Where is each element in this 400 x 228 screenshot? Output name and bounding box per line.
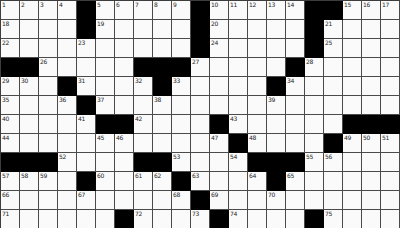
clue-number-17: 17 bbox=[382, 1, 389, 8]
white-cell-r8c8[interactable] bbox=[134, 134, 153, 153]
white-cell-r10c9[interactable]: 62 bbox=[153, 172, 172, 191]
block-cell-r7c6 bbox=[96, 115, 115, 134]
white-cell-r1c6[interactable]: 5 bbox=[96, 1, 115, 20]
white-cell-r1c14[interactable]: 12 bbox=[248, 1, 267, 20]
clue-number-21: 21 bbox=[325, 20, 332, 27]
clue-number-15: 15 bbox=[344, 1, 351, 8]
white-cell-r8c7[interactable]: 46 bbox=[115, 134, 134, 153]
white-cell-r3c5[interactable]: 23 bbox=[77, 39, 96, 58]
clue-number-37: 37 bbox=[97, 96, 104, 103]
white-cell-r6c1[interactable]: 35 bbox=[1, 96, 20, 115]
white-cell-r12c11[interactable]: 73 bbox=[191, 210, 210, 228]
clue-number-26: 26 bbox=[40, 58, 47, 65]
white-cell-r10c17[interactable] bbox=[305, 172, 324, 191]
white-cell-r10c4[interactable] bbox=[58, 172, 77, 191]
block-cell-r4c1 bbox=[1, 58, 20, 77]
block-cell-r9c2 bbox=[20, 153, 39, 172]
white-cell-r7c2[interactable] bbox=[20, 115, 39, 134]
white-cell-r5c2[interactable]: 30 bbox=[20, 77, 39, 96]
white-cell-r7c1[interactable]: 40 bbox=[1, 115, 20, 134]
white-cell-r11c21[interactable] bbox=[381, 191, 400, 210]
clue-number-57: 57 bbox=[2, 172, 9, 179]
white-cell-r10c20[interactable] bbox=[362, 172, 381, 191]
clue-number-11: 11 bbox=[230, 1, 237, 8]
white-cell-r10c2[interactable]: 58 bbox=[20, 172, 39, 191]
white-cell-r11c13[interactable] bbox=[229, 191, 248, 210]
white-cell-r10c13[interactable] bbox=[229, 172, 248, 191]
white-cell-r7c17[interactable] bbox=[305, 115, 324, 134]
white-cell-r3c18[interactable]: 25 bbox=[324, 39, 343, 58]
white-cell-r2c18[interactable]: 21 bbox=[324, 20, 343, 39]
white-cell-r5c8[interactable]: 32 bbox=[134, 77, 153, 96]
white-cell-r8c19[interactable]: 49 bbox=[343, 134, 362, 153]
clue-number-43: 43 bbox=[230, 115, 237, 122]
white-cell-r1c7[interactable]: 6 bbox=[115, 1, 134, 20]
white-cell-r11c8[interactable] bbox=[134, 191, 153, 210]
white-cell-r7c3[interactable] bbox=[39, 115, 58, 134]
white-cell-r11c16[interactable] bbox=[286, 191, 305, 210]
clue-number-42: 42 bbox=[135, 115, 142, 122]
white-cell-r3c4[interactable] bbox=[58, 39, 77, 58]
white-cell-r2c6[interactable]: 19 bbox=[96, 20, 115, 39]
white-cell-r9c10[interactable]: 53 bbox=[172, 153, 191, 172]
white-cell-r2c20[interactable] bbox=[362, 20, 381, 39]
white-cell-r8c1[interactable]: 44 bbox=[1, 134, 20, 153]
block-cell-r12c7 bbox=[115, 210, 134, 228]
white-cell-r6c7[interactable] bbox=[115, 96, 134, 115]
white-cell-r4c12[interactable] bbox=[210, 58, 229, 77]
white-cell-r12c3[interactable] bbox=[39, 210, 58, 228]
white-cell-r3c7[interactable] bbox=[115, 39, 134, 58]
white-cell-r11c17[interactable] bbox=[305, 191, 324, 210]
white-cell-r11c2[interactable] bbox=[20, 191, 39, 210]
white-cell-r5c3[interactable] bbox=[39, 77, 58, 96]
clue-number-44: 44 bbox=[2, 134, 9, 141]
white-cell-r2c19[interactable] bbox=[343, 20, 362, 39]
block-cell-r6c5 bbox=[77, 96, 96, 115]
white-cell-r11c6[interactable] bbox=[96, 191, 115, 210]
white-cell-r9c18[interactable]: 56 bbox=[324, 153, 343, 172]
white-cell-r4c13[interactable] bbox=[229, 58, 248, 77]
clue-number-30: 30 bbox=[21, 77, 28, 84]
white-cell-r4c11[interactable]: 27 bbox=[191, 58, 210, 77]
white-cell-r4c14[interactable] bbox=[248, 58, 267, 77]
white-cell-r5c12[interactable] bbox=[210, 77, 229, 96]
block-cell-r2c5 bbox=[77, 20, 96, 39]
white-cell-r9c13[interactable]: 54 bbox=[229, 153, 248, 172]
white-cell-r1c12[interactable]: 10 bbox=[210, 1, 229, 20]
white-cell-r3c1[interactable]: 22 bbox=[1, 39, 20, 58]
white-cell-r8c15[interactable] bbox=[267, 134, 286, 153]
block-cell-r9c3 bbox=[39, 153, 58, 172]
white-cell-r12c5[interactable] bbox=[77, 210, 96, 228]
block-cell-r5c4 bbox=[58, 77, 77, 96]
white-cell-r3c15[interactable] bbox=[267, 39, 286, 58]
block-cell-r4c8 bbox=[134, 58, 153, 77]
white-cell-r1c15[interactable]: 13 bbox=[267, 1, 286, 20]
white-cell-r5c14[interactable] bbox=[248, 77, 267, 96]
white-cell-r2c15[interactable] bbox=[267, 20, 286, 39]
white-cell-r7c16[interactable] bbox=[286, 115, 305, 134]
clue-number-10: 10 bbox=[211, 1, 218, 8]
block-cell-r9c14 bbox=[248, 153, 267, 172]
white-cell-r10c11[interactable]: 63 bbox=[191, 172, 210, 191]
block-cell-r3c17 bbox=[305, 39, 324, 58]
white-cell-r12c21[interactable] bbox=[381, 210, 400, 228]
block-cell-r10c10 bbox=[172, 172, 191, 191]
white-cell-r12c4[interactable] bbox=[58, 210, 77, 228]
clue-number-40: 40 bbox=[2, 115, 9, 122]
white-cell-r3c3[interactable] bbox=[39, 39, 58, 58]
white-cell-r6c17[interactable] bbox=[305, 96, 324, 115]
white-cell-r1c16[interactable]: 14 bbox=[286, 1, 305, 20]
white-cell-r11c14[interactable] bbox=[248, 191, 267, 210]
white-cell-r3c13[interactable] bbox=[229, 39, 248, 58]
block-cell-r12c17 bbox=[305, 210, 324, 228]
white-cell-r11c18[interactable] bbox=[324, 191, 343, 210]
white-cell-r9c6[interactable] bbox=[96, 153, 115, 172]
block-cell-r7c12 bbox=[210, 115, 229, 134]
clue-number-25: 25 bbox=[325, 39, 332, 46]
white-cell-r4c3[interactable]: 26 bbox=[39, 58, 58, 77]
white-cell-r8c14[interactable]: 48 bbox=[248, 134, 267, 153]
white-cell-r6c4[interactable]: 36 bbox=[58, 96, 77, 115]
white-cell-r8c12[interactable]: 47 bbox=[210, 134, 229, 153]
block-cell-r5c15 bbox=[267, 77, 286, 96]
white-cell-r12c10[interactable] bbox=[172, 210, 191, 228]
white-cell-r7c15[interactable] bbox=[267, 115, 286, 134]
clue-number-41: 41 bbox=[78, 115, 85, 122]
block-cell-r8c13 bbox=[229, 134, 248, 153]
white-cell-r6c3[interactable] bbox=[39, 96, 58, 115]
white-cell-r4c19[interactable] bbox=[343, 58, 362, 77]
white-cell-r8c16[interactable] bbox=[286, 134, 305, 153]
white-cell-r11c3[interactable] bbox=[39, 191, 58, 210]
block-cell-r2c11 bbox=[191, 20, 210, 39]
clue-number-36: 36 bbox=[59, 96, 66, 103]
white-cell-r9c12[interactable] bbox=[210, 153, 229, 172]
white-cell-r2c16[interactable] bbox=[286, 20, 305, 39]
white-cell-r1c19[interactable]: 15 bbox=[343, 1, 362, 20]
white-cell-r8c4[interactable] bbox=[58, 134, 77, 153]
white-cell-r6c18[interactable] bbox=[324, 96, 343, 115]
white-cell-r3c20[interactable] bbox=[362, 39, 381, 58]
block-cell-r10c15 bbox=[267, 172, 286, 191]
white-cell-r2c13[interactable] bbox=[229, 20, 248, 39]
white-cell-r8c2[interactable] bbox=[20, 134, 39, 153]
white-cell-r7c5[interactable]: 41 bbox=[77, 115, 96, 134]
white-cell-r2c3[interactable] bbox=[39, 20, 58, 39]
clue-number-38: 38 bbox=[154, 96, 161, 103]
white-cell-r5c18[interactable] bbox=[324, 77, 343, 96]
white-cell-r11c20[interactable] bbox=[362, 191, 381, 210]
crossword-grid: 1234567891011121314151617181920212223242… bbox=[0, 0, 400, 228]
block-cell-r3c11 bbox=[191, 39, 210, 58]
white-cell-r9c4[interactable]: 52 bbox=[58, 153, 77, 172]
clue-number-12: 12 bbox=[249, 1, 256, 8]
white-cell-r5c19[interactable] bbox=[343, 77, 362, 96]
clue-number-29: 29 bbox=[2, 77, 9, 84]
white-cell-r12c19[interactable] bbox=[343, 210, 362, 228]
white-cell-r6c6[interactable]: 37 bbox=[96, 96, 115, 115]
white-cell-r9c5[interactable] bbox=[77, 153, 96, 172]
clue-number-2: 2 bbox=[21, 1, 25, 8]
white-cell-r11c19[interactable] bbox=[343, 191, 362, 210]
white-cell-r2c9[interactable] bbox=[153, 20, 172, 39]
white-cell-r4c15[interactable] bbox=[267, 58, 286, 77]
white-cell-r5c20[interactable] bbox=[362, 77, 381, 96]
clue-number-50: 50 bbox=[363, 134, 370, 141]
block-cell-r8c18 bbox=[324, 134, 343, 153]
clue-number-64: 64 bbox=[249, 172, 256, 179]
clue-number-56: 56 bbox=[325, 153, 332, 160]
white-cell-r12c13[interactable]: 74 bbox=[229, 210, 248, 228]
white-cell-r9c19[interactable] bbox=[343, 153, 362, 172]
white-cell-r6c21[interactable] bbox=[381, 96, 400, 115]
white-cell-r5c1[interactable]: 29 bbox=[1, 77, 20, 96]
white-cell-r1c8[interactable]: 7 bbox=[134, 1, 153, 20]
block-cell-r1c5 bbox=[77, 1, 96, 20]
white-cell-r3c2[interactable] bbox=[20, 39, 39, 58]
block-cell-r12c12 bbox=[210, 210, 229, 228]
clue-number-20: 20 bbox=[211, 20, 218, 27]
white-cell-r3c9[interactable] bbox=[153, 39, 172, 58]
white-cell-r1c1[interactable]: 1 bbox=[1, 1, 20, 20]
white-cell-r10c12[interactable] bbox=[210, 172, 229, 191]
clue-number-31: 31 bbox=[78, 77, 85, 84]
white-cell-r10c16[interactable]: 65 bbox=[286, 172, 305, 191]
white-cell-r6c8[interactable] bbox=[134, 96, 153, 115]
block-cell-r2c17 bbox=[305, 20, 324, 39]
white-cell-r8c20[interactable]: 50 bbox=[362, 134, 381, 153]
white-cell-r4c7[interactable] bbox=[115, 58, 134, 77]
clue-number-27: 27 bbox=[192, 58, 199, 65]
white-cell-r9c20[interactable] bbox=[362, 153, 381, 172]
white-cell-r1c21[interactable]: 17 bbox=[381, 1, 400, 20]
white-cell-r1c4[interactable]: 4 bbox=[58, 1, 77, 20]
clue-number-39: 39 bbox=[268, 96, 275, 103]
white-cell-r1c10[interactable]: 9 bbox=[172, 1, 191, 20]
white-cell-r10c19[interactable] bbox=[343, 172, 362, 191]
white-cell-r12c1[interactable]: 71 bbox=[1, 210, 20, 228]
white-cell-r4c18[interactable] bbox=[324, 58, 343, 77]
white-cell-r10c7[interactable] bbox=[115, 172, 134, 191]
clue-number-7: 7 bbox=[135, 1, 139, 8]
white-cell-r2c4[interactable] bbox=[58, 20, 77, 39]
white-cell-r7c11[interactable] bbox=[191, 115, 210, 134]
white-cell-r10c1[interactable]: 57 bbox=[1, 172, 20, 191]
white-cell-r12c8[interactable]: 72 bbox=[134, 210, 153, 228]
white-cell-r2c10[interactable] bbox=[172, 20, 191, 39]
white-cell-r10c21[interactable] bbox=[381, 172, 400, 191]
white-cell-r11c5[interactable]: 67 bbox=[77, 191, 96, 210]
white-cell-r1c20[interactable]: 16 bbox=[362, 1, 381, 20]
white-cell-r10c18[interactable] bbox=[324, 172, 343, 191]
white-cell-r5c7[interactable] bbox=[115, 77, 134, 96]
block-cell-r4c2 bbox=[20, 58, 39, 77]
block-cell-r9c8 bbox=[134, 153, 153, 172]
white-cell-r11c10[interactable]: 68 bbox=[172, 191, 191, 210]
white-cell-r7c18[interactable] bbox=[324, 115, 343, 134]
clue-number-75: 75 bbox=[325, 210, 332, 217]
white-cell-r2c8[interactable] bbox=[134, 20, 153, 39]
white-cell-r3c21[interactable] bbox=[381, 39, 400, 58]
white-cell-r8c11[interactable] bbox=[191, 134, 210, 153]
clue-number-59: 59 bbox=[40, 172, 47, 179]
clue-number-73: 73 bbox=[192, 210, 199, 217]
white-cell-r3c12[interactable]: 24 bbox=[210, 39, 229, 58]
white-cell-r4c4[interactable] bbox=[58, 58, 77, 77]
clue-number-61: 61 bbox=[135, 172, 142, 179]
white-cell-r4c6[interactable] bbox=[96, 58, 115, 77]
white-cell-r12c16[interactable] bbox=[286, 210, 305, 228]
white-cell-r8c6[interactable]: 45 bbox=[96, 134, 115, 153]
clue-number-6: 6 bbox=[116, 1, 120, 8]
block-cell-r4c9 bbox=[153, 58, 172, 77]
white-cell-r11c4[interactable] bbox=[58, 191, 77, 210]
clue-number-49: 49 bbox=[344, 134, 351, 141]
white-cell-r9c7[interactable] bbox=[115, 153, 134, 172]
white-cell-r6c16[interactable] bbox=[286, 96, 305, 115]
white-cell-r6c10[interactable] bbox=[172, 96, 191, 115]
clue-number-74: 74 bbox=[230, 210, 237, 217]
clue-number-69: 69 bbox=[211, 191, 218, 198]
white-cell-r6c15[interactable]: 39 bbox=[267, 96, 286, 115]
block-cell-r9c1 bbox=[1, 153, 20, 172]
white-cell-r1c3[interactable]: 3 bbox=[39, 1, 58, 20]
white-cell-r8c9[interactable] bbox=[153, 134, 172, 153]
white-cell-r2c21[interactable] bbox=[381, 20, 400, 39]
white-cell-r6c9[interactable]: 38 bbox=[153, 96, 172, 115]
white-cell-r6c20[interactable] bbox=[362, 96, 381, 115]
block-cell-r10c5 bbox=[77, 172, 96, 191]
block-cell-r9c16 bbox=[286, 153, 305, 172]
clue-number-28: 28 bbox=[306, 58, 313, 65]
white-cell-r7c9[interactable] bbox=[153, 115, 172, 134]
white-cell-r6c13[interactable] bbox=[229, 96, 248, 115]
white-cell-r5c21[interactable] bbox=[381, 77, 400, 96]
white-cell-r11c15[interactable]: 70 bbox=[267, 191, 286, 210]
block-cell-r1c17 bbox=[305, 1, 324, 20]
white-cell-r1c13[interactable]: 11 bbox=[229, 1, 248, 20]
white-cell-r3c16[interactable] bbox=[286, 39, 305, 58]
white-cell-r8c10[interactable] bbox=[172, 134, 191, 153]
white-cell-r9c21[interactable] bbox=[381, 153, 400, 172]
clue-number-18: 18 bbox=[2, 20, 9, 27]
white-cell-r2c1[interactable]: 18 bbox=[1, 20, 20, 39]
white-cell-r12c15[interactable] bbox=[267, 210, 286, 228]
clue-number-34: 34 bbox=[287, 77, 294, 84]
white-cell-r5c13[interactable] bbox=[229, 77, 248, 96]
white-cell-r4c5[interactable] bbox=[77, 58, 96, 77]
white-cell-r1c2[interactable]: 2 bbox=[20, 1, 39, 20]
white-cell-r11c9[interactable] bbox=[153, 191, 172, 210]
white-cell-r10c8[interactable]: 61 bbox=[134, 172, 153, 191]
white-cell-r9c17[interactable]: 55 bbox=[305, 153, 324, 172]
white-cell-r10c14[interactable]: 64 bbox=[248, 172, 267, 191]
white-cell-r7c13[interactable]: 43 bbox=[229, 115, 248, 134]
clue-number-67: 67 bbox=[78, 191, 85, 198]
white-cell-r2c14[interactable] bbox=[248, 20, 267, 39]
clue-number-60: 60 bbox=[97, 172, 104, 179]
block-cell-r7c7 bbox=[115, 115, 134, 134]
clue-number-4: 4 bbox=[59, 1, 63, 8]
white-cell-r6c11[interactable] bbox=[191, 96, 210, 115]
clue-number-66: 66 bbox=[2, 191, 9, 198]
white-cell-r5c11[interactable] bbox=[191, 77, 210, 96]
white-cell-r5c5[interactable]: 31 bbox=[77, 77, 96, 96]
white-cell-r2c2[interactable] bbox=[20, 20, 39, 39]
white-cell-r4c20[interactable] bbox=[362, 58, 381, 77]
white-cell-r5c16[interactable]: 34 bbox=[286, 77, 305, 96]
clue-number-19: 19 bbox=[97, 20, 104, 27]
white-cell-r6c19[interactable] bbox=[343, 96, 362, 115]
white-cell-r10c3[interactable]: 59 bbox=[39, 172, 58, 191]
clue-number-5: 5 bbox=[97, 1, 101, 8]
clue-number-23: 23 bbox=[78, 39, 85, 46]
white-cell-r11c1[interactable]: 66 bbox=[1, 191, 20, 210]
white-cell-r8c5[interactable] bbox=[77, 134, 96, 153]
white-cell-r12c20[interactable] bbox=[362, 210, 381, 228]
white-cell-r8c21[interactable]: 51 bbox=[381, 134, 400, 153]
white-cell-r5c10[interactable]: 33 bbox=[172, 77, 191, 96]
white-cell-r7c14[interactable] bbox=[248, 115, 267, 134]
white-cell-r6c2[interactable] bbox=[20, 96, 39, 115]
clue-number-52: 52 bbox=[59, 153, 66, 160]
white-cell-r7c8[interactable]: 42 bbox=[134, 115, 153, 134]
clue-number-51: 51 bbox=[382, 134, 389, 141]
white-cell-r3c6[interactable] bbox=[96, 39, 115, 58]
white-cell-r3c14[interactable] bbox=[248, 39, 267, 58]
white-cell-r12c6[interactable] bbox=[96, 210, 115, 228]
white-cell-r3c19[interactable] bbox=[343, 39, 362, 58]
white-cell-r3c10[interactable] bbox=[172, 39, 191, 58]
white-cell-r4c21[interactable] bbox=[381, 58, 400, 77]
white-cell-r7c10[interactable] bbox=[172, 115, 191, 134]
white-cell-r12c14[interactable] bbox=[248, 210, 267, 228]
clue-number-24: 24 bbox=[211, 39, 218, 46]
white-cell-r11c12[interactable]: 69 bbox=[210, 191, 229, 210]
white-cell-r1c9[interactable]: 8 bbox=[153, 1, 172, 20]
white-cell-r6c12[interactable] bbox=[210, 96, 229, 115]
clue-number-14: 14 bbox=[287, 1, 294, 8]
clue-number-9: 9 bbox=[173, 1, 177, 8]
white-cell-r4c17[interactable]: 28 bbox=[305, 58, 324, 77]
white-cell-r12c2[interactable] bbox=[20, 210, 39, 228]
white-cell-r3c8[interactable] bbox=[134, 39, 153, 58]
white-cell-r6c14[interactable] bbox=[248, 96, 267, 115]
white-cell-r12c18[interactable]: 75 bbox=[324, 210, 343, 228]
clue-number-62: 62 bbox=[154, 172, 161, 179]
white-cell-r2c7[interactable] bbox=[115, 20, 134, 39]
white-cell-r8c17[interactable] bbox=[305, 134, 324, 153]
clue-number-46: 46 bbox=[116, 134, 123, 141]
clue-number-32: 32 bbox=[135, 77, 142, 84]
white-cell-r5c17[interactable] bbox=[305, 77, 324, 96]
white-cell-r10c6[interactable]: 60 bbox=[96, 172, 115, 191]
clue-number-63: 63 bbox=[192, 172, 199, 179]
white-cell-r11c7[interactable] bbox=[115, 191, 134, 210]
white-cell-r5c6[interactable] bbox=[96, 77, 115, 96]
white-cell-r9c11[interactable] bbox=[191, 153, 210, 172]
clue-number-48: 48 bbox=[249, 134, 256, 141]
clue-number-53: 53 bbox=[173, 153, 180, 160]
clue-number-70: 70 bbox=[268, 191, 275, 198]
white-cell-r7c4[interactable] bbox=[58, 115, 77, 134]
white-cell-r12c9[interactable] bbox=[153, 210, 172, 228]
white-cell-r8c3[interactable] bbox=[39, 134, 58, 153]
white-cell-r2c12[interactable]: 20 bbox=[210, 20, 229, 39]
